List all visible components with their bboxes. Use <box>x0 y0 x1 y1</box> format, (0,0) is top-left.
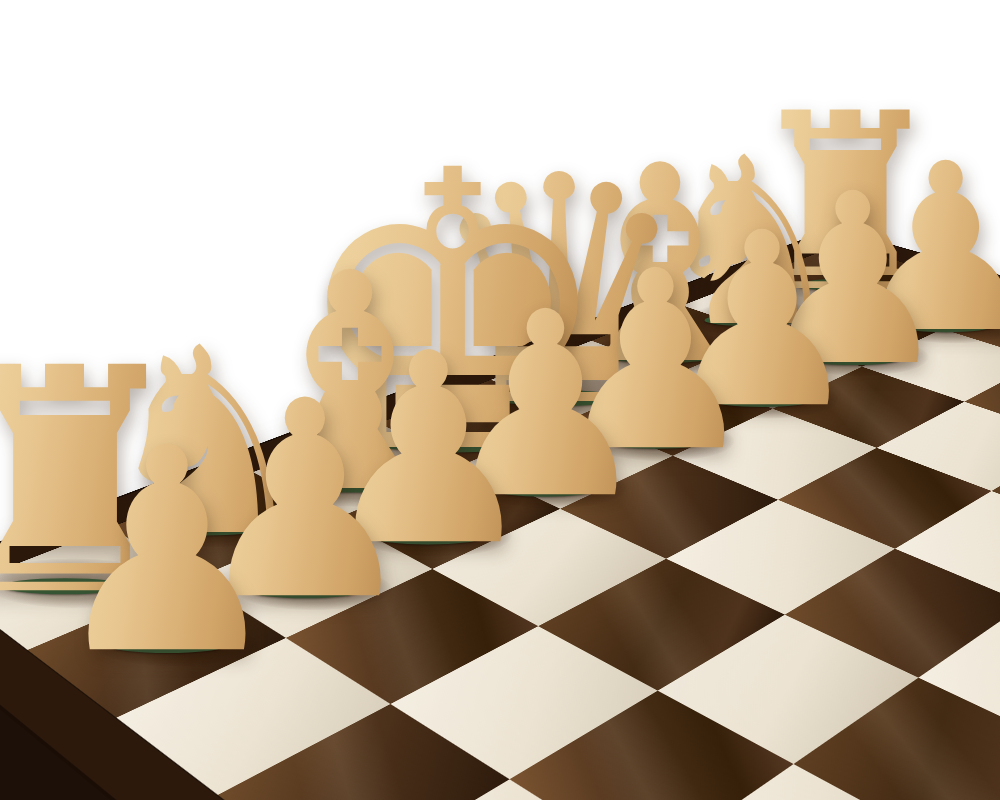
chess-board <box>0 228 1000 800</box>
chess-set-photo: ♜♞♟♝♟♛♟♚♟♝♟♞♟♜♟♟ <box>0 0 1000 800</box>
chess-board-squares <box>0 244 1000 800</box>
